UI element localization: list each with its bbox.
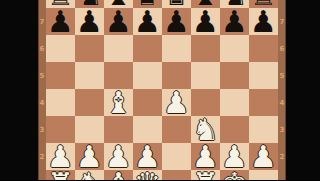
white-pawn: ♟ [105,142,132,172]
rank-label-7-right: 7 [278,8,286,35]
square-g6[interactable] [220,35,249,62]
black-pawn: ♟ [76,7,103,37]
square-d5[interactable] [133,62,162,89]
rank-label-3-right: 3 [278,116,286,143]
rank-label-4-right: 4 [278,89,286,116]
square-a1[interactable]: ♜ [46,170,75,180]
square-c5[interactable] [104,62,133,89]
square-g8[interactable]: ♞ [220,0,249,8]
rank-label-5-left: 5 [38,62,46,89]
white-pawn: ♟ [221,142,248,172]
chess-video-frame: 87654321 87654321 ♜♞♝♛♚♝♞♜♟♟♟♟♟♟♟♟♝♟♞♟♟♟… [0,0,320,180]
white-knight: ♞ [192,115,219,145]
square-c8[interactable]: ♝ [104,0,133,8]
white-pawn: ♟ [47,142,74,172]
rank-label-3-left: 3 [38,116,46,143]
rank-label-8-right: 8 [278,0,286,8]
square-h6[interactable] [249,35,278,62]
black-pawn: ♟ [47,7,74,37]
square-c2[interactable]: ♟ [104,143,133,170]
square-b4[interactable] [75,89,104,116]
square-a8[interactable]: ♜ [46,0,75,8]
chess-board: ♜♞♝♛♚♝♞♜♟♟♟♟♟♟♟♟♝♟♞♟♟♟♟♟♟♟♜♞♝♛♜♚ [46,0,278,180]
white-pawn: ♟ [192,142,219,172]
white-knight: ♞ [76,169,103,181]
square-e5[interactable] [162,62,191,89]
square-g2[interactable]: ♟ [220,143,249,170]
square-d8[interactable]: ♛ [133,0,162,8]
rank-label-1-left: 1 [38,170,46,180]
rank-label-2-right: 2 [278,143,286,170]
board-left-border: 87654321 [38,0,46,180]
square-d3[interactable] [133,116,162,143]
square-d2[interactable]: ♟ [133,143,162,170]
square-g5[interactable] [220,62,249,89]
black-pawn: ♟ [163,7,190,37]
square-e6[interactable] [162,35,191,62]
rank-label-1-right: 1 [278,170,286,180]
square-f6[interactable] [191,35,220,62]
square-e1[interactable] [162,170,191,180]
square-g3[interactable] [220,116,249,143]
rank-label-6-right: 6 [278,35,286,62]
square-f8[interactable]: ♝ [191,0,220,8]
rank-label-7-left: 7 [38,8,46,35]
white-pawn: ♟ [250,142,277,172]
square-d6[interactable] [133,35,162,62]
square-d1[interactable]: ♛ [133,170,162,180]
rank-label-4-left: 4 [38,89,46,116]
square-e2[interactable] [162,143,191,170]
square-d7[interactable]: ♟ [133,8,162,35]
square-h8[interactable]: ♜ [249,0,278,8]
square-g4[interactable] [220,89,249,116]
board-right-border: 87654321 [278,0,286,180]
square-c4[interactable]: ♝ [104,89,133,116]
rank-label-2-left: 2 [38,143,46,170]
black-pawn: ♟ [134,7,161,37]
square-f4[interactable] [191,89,220,116]
square-g1[interactable]: ♚ [220,170,249,180]
square-a4[interactable] [46,89,75,116]
square-f1[interactable]: ♜ [191,170,220,180]
white-king: ♚ [221,169,248,181]
square-f5[interactable] [191,62,220,89]
square-d4[interactable] [133,89,162,116]
white-pawn: ♟ [76,142,103,172]
square-a2[interactable]: ♟ [46,143,75,170]
square-h1[interactable] [249,170,278,180]
square-e3[interactable] [162,116,191,143]
square-e7[interactable]: ♟ [162,8,191,35]
square-c6[interactable] [104,35,133,62]
white-queen: ♛ [134,169,161,181]
black-pawn: ♟ [192,7,219,37]
square-b1[interactable]: ♞ [75,170,104,180]
rank-label-5-right: 5 [278,62,286,89]
square-g7[interactable]: ♟ [220,8,249,35]
square-h2[interactable]: ♟ [249,143,278,170]
square-c1[interactable]: ♝ [104,170,133,180]
white-pawn: ♟ [163,88,190,118]
white-pawn: ♟ [134,142,161,172]
square-b2[interactable]: ♟ [75,143,104,170]
white-bishop: ♝ [105,169,132,181]
square-f2[interactable]: ♟ [191,143,220,170]
white-rook: ♜ [47,169,74,181]
white-rook: ♜ [192,169,219,181]
square-b8[interactable]: ♞ [75,0,104,8]
square-b6[interactable] [75,35,104,62]
square-b3[interactable] [75,116,104,143]
rank-label-8-left: 8 [38,0,46,8]
square-a7[interactable]: ♟ [46,8,75,35]
square-e8[interactable]: ♚ [162,0,191,8]
rank-label-6-left: 6 [38,35,46,62]
square-h4[interactable] [249,89,278,116]
black-pawn: ♟ [221,7,248,37]
square-e4[interactable]: ♟ [162,89,191,116]
square-h3[interactable] [249,116,278,143]
square-h7[interactable]: ♟ [249,8,278,35]
square-a3[interactable] [46,116,75,143]
black-pawn: ♟ [250,7,277,37]
square-a5[interactable] [46,62,75,89]
square-h5[interactable] [249,62,278,89]
square-a6[interactable] [46,35,75,62]
white-bishop: ♝ [105,88,132,118]
square-c7[interactable]: ♟ [104,8,133,35]
black-pawn: ♟ [105,7,132,37]
square-b7[interactable]: ♟ [75,8,104,35]
square-f3[interactable]: ♞ [191,116,220,143]
square-b5[interactable] [75,62,104,89]
square-c3[interactable] [104,116,133,143]
square-f7[interactable]: ♟ [191,8,220,35]
